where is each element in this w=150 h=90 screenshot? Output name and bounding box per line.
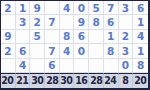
grid-cell-empty[interactable] xyxy=(89,30,104,44)
grid-cell-empty[interactable] xyxy=(60,15,75,29)
grid-cell-digit[interactable]: 4 xyxy=(133,30,148,44)
grid-cell-empty[interactable] xyxy=(1,15,16,29)
grid-cell-digit[interactable]: 7 xyxy=(45,44,60,58)
column-sum: 20 xyxy=(133,73,148,88)
grid-cell-digit[interactable]: 1 xyxy=(133,15,148,29)
grid-cell-empty[interactable] xyxy=(45,1,60,15)
grid-cell-digit[interactable]: 1 xyxy=(104,30,119,44)
grid-cell-digit[interactable]: 3 xyxy=(119,44,134,58)
grid-cell-digit[interactable]: 8 xyxy=(133,59,148,73)
grid-cell-digit[interactable]: 6 xyxy=(16,44,31,58)
column-sum: 30 xyxy=(30,73,45,88)
grid-cell-empty[interactable] xyxy=(89,59,104,73)
grid-cell-digit[interactable]: 2 xyxy=(1,44,16,58)
column-sum: 16 xyxy=(74,73,89,88)
grid-cell-digit[interactable]: 3 xyxy=(119,1,134,15)
grid-cell-empty[interactable] xyxy=(30,44,45,58)
grid-cell-digit[interactable]: 6 xyxy=(104,15,119,29)
grid-cell-empty[interactable] xyxy=(1,59,16,73)
grid-cell-empty[interactable] xyxy=(119,15,134,29)
grid-cell-digit[interactable]: 9 xyxy=(30,1,45,15)
column-sum: 24 xyxy=(104,73,119,88)
grid-cell-digit[interactable]: 2 xyxy=(119,30,134,44)
grid-cell-digit[interactable]: 5 xyxy=(30,30,45,44)
grid-cell-digit[interactable]: 4 xyxy=(16,59,31,73)
grid-cell-empty[interactable] xyxy=(60,59,75,73)
column-sum: 21 xyxy=(16,73,31,88)
grid-cell-digit[interactable]: 0 xyxy=(74,1,89,15)
grid-cell-digit[interactable]: 7 xyxy=(45,15,60,29)
grid-cell-empty[interactable] xyxy=(30,59,45,73)
grid-cell-digit[interactable]: 9 xyxy=(1,30,16,44)
grid-cell-digit[interactable]: 8 xyxy=(104,44,119,58)
grid-cell-digit[interactable]: 2 xyxy=(1,1,16,15)
grid-cell-digit[interactable]: 4 xyxy=(60,1,75,15)
grid-cell-digit[interactable]: 3 xyxy=(16,15,31,29)
column-sum: 8 xyxy=(119,73,134,88)
grid-cell-digit[interactable]: 1 xyxy=(133,44,148,58)
grid-cell-digit[interactable]: 7 xyxy=(104,1,119,15)
grid-cell-digit[interactable]: 4 xyxy=(60,44,75,58)
grid-cell-digit[interactable]: 0 xyxy=(74,44,89,58)
grid-cell-digit[interactable]: 6 xyxy=(45,59,60,73)
column-sum: 30 xyxy=(60,73,75,88)
grid-cell-digit[interactable]: 6 xyxy=(74,30,89,44)
column-sum: 28 xyxy=(45,73,60,88)
column-sum: 28 xyxy=(89,73,104,88)
grid-cell-digit[interactable]: 9 xyxy=(74,15,89,29)
grid-cell-empty[interactable] xyxy=(45,30,60,44)
grid-cell-digit[interactable]: 0 xyxy=(119,59,134,73)
grid-cell-digit[interactable]: 1 xyxy=(16,1,31,15)
grid-cell-digit[interactable]: 2 xyxy=(30,15,45,29)
puzzle-board: 2194057363279861958612426740831460820213… xyxy=(0,0,150,90)
grid-cell-digit[interactable]: 6 xyxy=(133,1,148,15)
grid-cell-empty[interactable] xyxy=(16,30,31,44)
column-sum: 20 xyxy=(1,73,16,88)
grid-cell-empty[interactable] xyxy=(104,59,119,73)
grid-cell-digit[interactable]: 5 xyxy=(89,1,104,15)
grid-cell-digit[interactable]: 8 xyxy=(60,30,75,44)
grid-cell-empty[interactable] xyxy=(74,59,89,73)
grid-cell-digit[interactable]: 8 xyxy=(89,15,104,29)
grid-cell-empty[interactable] xyxy=(89,44,104,58)
